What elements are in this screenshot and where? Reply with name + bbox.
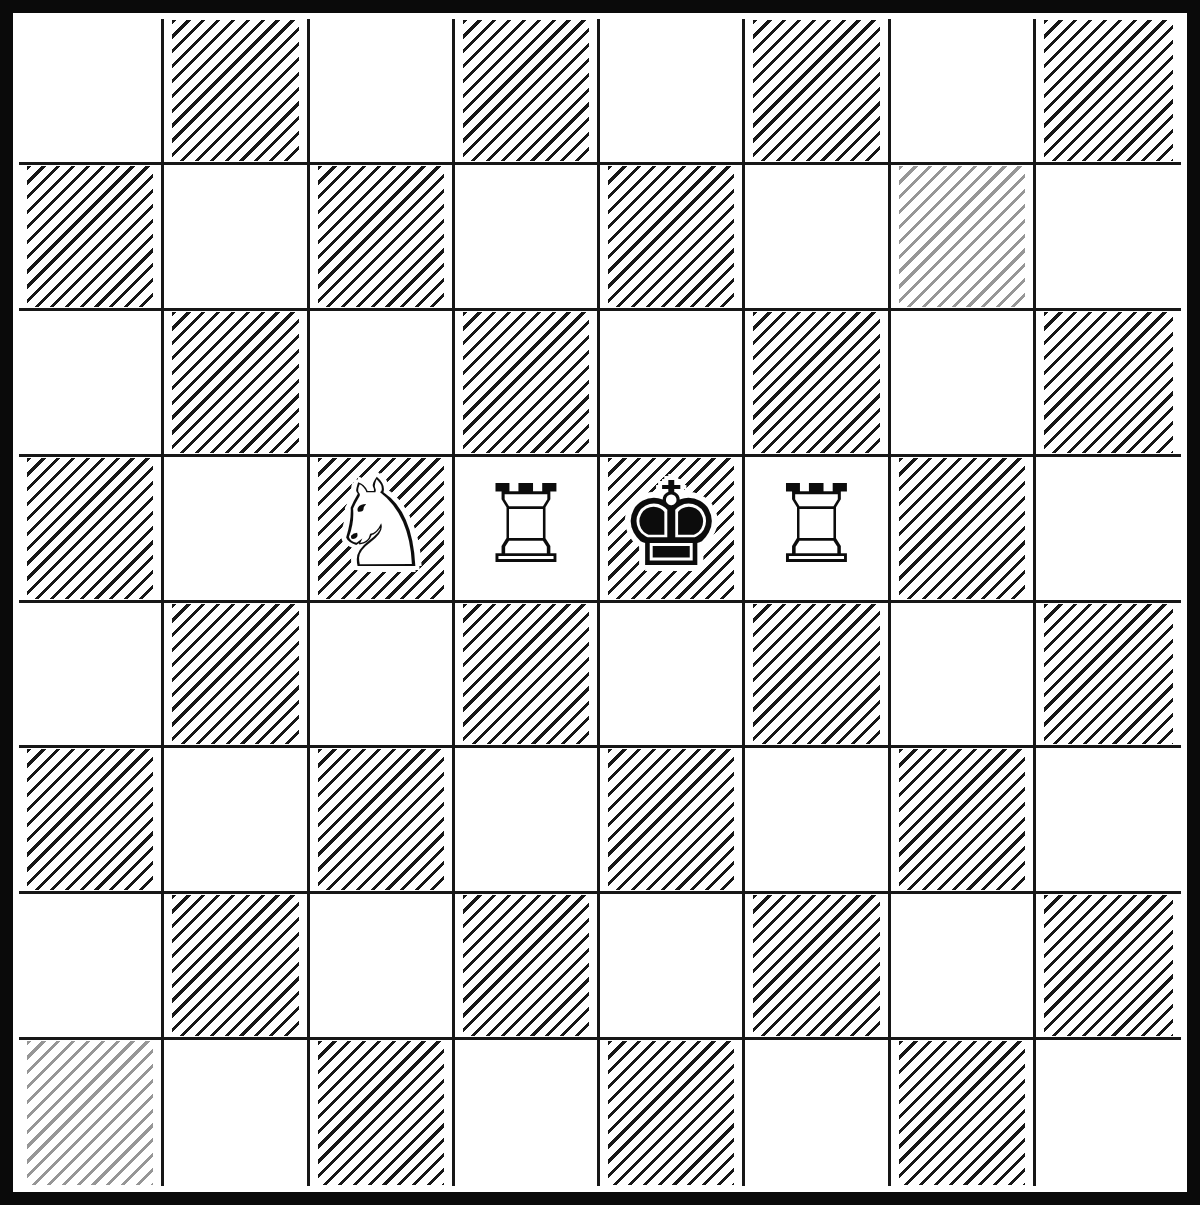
square-a4 xyxy=(19,603,164,749)
square-h2 xyxy=(1036,894,1181,1040)
square-g1 xyxy=(891,1040,1036,1186)
square-e6 xyxy=(600,311,745,457)
square-d3 xyxy=(455,748,600,894)
square-c8 xyxy=(310,19,455,165)
piece-white-knight-c5: ♞♘ xyxy=(310,457,452,600)
square-f2 xyxy=(745,894,890,1040)
square-g8 xyxy=(891,19,1036,165)
square-g6 xyxy=(891,311,1036,457)
square-g7 xyxy=(891,165,1036,311)
square-e3 xyxy=(600,748,745,894)
square-b4 xyxy=(164,603,309,749)
square-c6 xyxy=(310,311,455,457)
square-c5: ♞♘ xyxy=(310,457,455,603)
square-d4 xyxy=(455,603,600,749)
square-e8 xyxy=(600,19,745,165)
square-b2 xyxy=(164,894,309,1040)
square-f5: ♜♖ xyxy=(745,457,890,603)
square-f4 xyxy=(745,603,890,749)
square-d5: ♜♖ xyxy=(455,457,600,603)
square-h3 xyxy=(1036,748,1181,894)
square-h7 xyxy=(1036,165,1181,311)
square-e2 xyxy=(600,894,745,1040)
square-d6 xyxy=(455,311,600,457)
square-a5 xyxy=(19,457,164,603)
square-h6 xyxy=(1036,311,1181,457)
square-b1 xyxy=(164,1040,309,1186)
square-b5 xyxy=(164,457,309,603)
square-f6 xyxy=(745,311,890,457)
piece-white-rook-d5: ♜♖ xyxy=(455,457,597,600)
square-f3 xyxy=(745,748,890,894)
square-h5 xyxy=(1036,457,1181,603)
square-f7 xyxy=(745,165,890,311)
square-g3 xyxy=(891,748,1036,894)
square-e7 xyxy=(600,165,745,311)
square-d2 xyxy=(455,894,600,1040)
square-c4 xyxy=(310,603,455,749)
square-g2 xyxy=(891,894,1036,1040)
square-b3 xyxy=(164,748,309,894)
black-king-icon: ♚ xyxy=(619,467,723,583)
square-d1 xyxy=(455,1040,600,1186)
chessboard-frame: ♞♘♜♖♚♚♜♖ xyxy=(0,0,1200,1205)
piece-black-king-e5: ♚♚ xyxy=(600,457,742,600)
square-b7 xyxy=(164,165,309,311)
square-e5: ♚♚ xyxy=(600,457,745,603)
chessboard: ♞♘♜♖♚♚♜♖ xyxy=(19,19,1181,1186)
square-c3 xyxy=(310,748,455,894)
square-f8 xyxy=(745,19,890,165)
square-e4 xyxy=(600,603,745,749)
white-rook-icon: ♖ xyxy=(477,471,574,579)
square-a7 xyxy=(19,165,164,311)
square-d8 xyxy=(455,19,600,165)
square-a6 xyxy=(19,311,164,457)
square-c1 xyxy=(310,1040,455,1186)
square-b6 xyxy=(164,311,309,457)
square-a1 xyxy=(19,1040,164,1186)
square-c2 xyxy=(310,894,455,1040)
square-h4 xyxy=(1036,603,1181,749)
square-a8 xyxy=(19,19,164,165)
square-a2 xyxy=(19,894,164,1040)
piece-white-rook-f5: ♜♖ xyxy=(745,457,887,600)
square-f1 xyxy=(745,1040,890,1186)
white-rook-icon: ♖ xyxy=(768,471,865,579)
square-h1 xyxy=(1036,1040,1181,1186)
square-e1 xyxy=(600,1040,745,1186)
square-g5 xyxy=(891,457,1036,603)
square-b8 xyxy=(164,19,309,165)
square-h8 xyxy=(1036,19,1181,165)
square-a3 xyxy=(19,748,164,894)
square-d7 xyxy=(455,165,600,311)
square-g4 xyxy=(891,603,1036,749)
white-knight-icon: ♘ xyxy=(326,463,435,585)
square-c7 xyxy=(310,165,455,311)
